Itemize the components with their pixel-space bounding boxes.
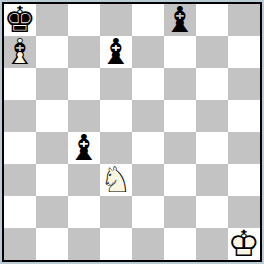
- square-b5[interactable]: [36, 100, 68, 132]
- white-bishop-outline-glyph: ♗: [4, 36, 36, 68]
- square-b2[interactable]: [36, 196, 68, 228]
- square-h6[interactable]: [228, 68, 260, 100]
- square-f6[interactable]: [164, 68, 196, 100]
- white-knight-d3[interactable]: ♞♘: [100, 164, 132, 196]
- square-c6[interactable]: [68, 68, 100, 100]
- square-a6[interactable]: [4, 68, 36, 100]
- square-d6[interactable]: [100, 68, 132, 100]
- board-frame: ♚♝♝♗♝♝♞♘♚♔: [0, 0, 264, 264]
- square-d5[interactable]: [100, 100, 132, 132]
- square-c3[interactable]: [68, 164, 100, 196]
- square-a7[interactable]: ♝♗: [4, 36, 36, 68]
- square-e8[interactable]: [132, 4, 164, 36]
- square-e3[interactable]: [132, 164, 164, 196]
- square-a3[interactable]: [4, 164, 36, 196]
- square-d1[interactable]: [100, 228, 132, 260]
- square-h7[interactable]: [228, 36, 260, 68]
- square-f7[interactable]: [164, 36, 196, 68]
- square-e6[interactable]: [132, 68, 164, 100]
- square-g4[interactable]: [196, 132, 228, 164]
- square-c8[interactable]: [68, 4, 100, 36]
- black-bishop-d7[interactable]: ♝: [100, 36, 132, 68]
- square-e5[interactable]: [132, 100, 164, 132]
- square-h3[interactable]: [228, 164, 260, 196]
- square-c1[interactable]: [68, 228, 100, 260]
- black-bishop-glyph: ♝: [68, 132, 100, 164]
- white-king-outline-glyph: ♔: [228, 228, 260, 260]
- square-b4[interactable]: [36, 132, 68, 164]
- white-bishop-a7[interactable]: ♝♗: [4, 36, 36, 68]
- white-king-h1[interactable]: ♚♔: [228, 228, 260, 260]
- square-b6[interactable]: [36, 68, 68, 100]
- square-g3[interactable]: [196, 164, 228, 196]
- black-bishop-glyph: ♝: [164, 4, 196, 36]
- square-h8[interactable]: [228, 4, 260, 36]
- square-c2[interactable]: [68, 196, 100, 228]
- white-knight-outline-glyph: ♘: [100, 164, 132, 196]
- square-b1[interactable]: [36, 228, 68, 260]
- black-bishop-c4[interactable]: ♝: [68, 132, 100, 164]
- square-g8[interactable]: [196, 4, 228, 36]
- square-d2[interactable]: [100, 196, 132, 228]
- chess-board: ♚♝♝♗♝♝♞♘♚♔: [4, 4, 260, 260]
- square-f5[interactable]: [164, 100, 196, 132]
- square-b8[interactable]: [36, 4, 68, 36]
- square-e2[interactable]: [132, 196, 164, 228]
- square-g5[interactable]: [196, 100, 228, 132]
- square-d3[interactable]: ♞♘: [100, 164, 132, 196]
- square-f3[interactable]: [164, 164, 196, 196]
- square-f4[interactable]: [164, 132, 196, 164]
- square-h5[interactable]: [228, 100, 260, 132]
- square-g6[interactable]: [196, 68, 228, 100]
- square-d7[interactable]: ♝: [100, 36, 132, 68]
- black-bishop-glyph: ♝: [100, 36, 132, 68]
- square-h4[interactable]: [228, 132, 260, 164]
- square-g2[interactable]: [196, 196, 228, 228]
- square-e4[interactable]: [132, 132, 164, 164]
- square-a5[interactable]: [4, 100, 36, 132]
- square-b3[interactable]: [36, 164, 68, 196]
- square-f8[interactable]: ♝: [164, 4, 196, 36]
- square-e7[interactable]: [132, 36, 164, 68]
- board-border: ♚♝♝♗♝♝♞♘♚♔: [2, 2, 262, 262]
- square-c4[interactable]: ♝: [68, 132, 100, 164]
- square-f2[interactable]: [164, 196, 196, 228]
- square-f1[interactable]: [164, 228, 196, 260]
- square-c7[interactable]: [68, 36, 100, 68]
- square-g7[interactable]: [196, 36, 228, 68]
- square-a2[interactable]: [4, 196, 36, 228]
- square-h1[interactable]: ♚♔: [228, 228, 260, 260]
- square-a1[interactable]: [4, 228, 36, 260]
- square-a4[interactable]: [4, 132, 36, 164]
- black-bishop-f8[interactable]: ♝: [164, 4, 196, 36]
- square-e1[interactable]: [132, 228, 164, 260]
- square-b7[interactable]: [36, 36, 68, 68]
- square-g1[interactable]: [196, 228, 228, 260]
